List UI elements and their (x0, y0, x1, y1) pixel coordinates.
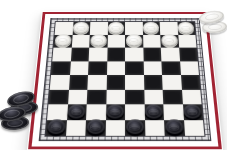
checker-ring-detail (4, 109, 21, 119)
square-r2c8[interactable] (178, 35, 197, 48)
checker-piece-black[interactable]: ⛂ (86, 120, 105, 135)
square-r2c7[interactable]: ⛀ (160, 35, 178, 48)
checker-piece-black[interactable]: ⛂ (47, 120, 66, 135)
square-r8c7[interactable]: ⛂ (164, 120, 185, 136)
square-r4c1[interactable] (51, 61, 70, 75)
square-r1c5[interactable] (125, 22, 143, 35)
square-r1c4[interactable]: ⛀ (107, 22, 125, 35)
square-r4c8[interactable] (180, 61, 199, 75)
square-r2c2[interactable] (71, 35, 89, 48)
square-r5c7[interactable] (162, 75, 181, 89)
square-r7c5[interactable] (125, 104, 144, 119)
square-r7c2[interactable]: ⛂ (67, 104, 87, 119)
square-r4c5[interactable] (125, 61, 144, 75)
square-r1c3[interactable] (90, 22, 108, 35)
square-r8c4[interactable] (105, 120, 125, 136)
square-r7c4[interactable]: ⛂ (106, 104, 125, 119)
board-ruler-border: ⛀⛀⛀⛀⛀⛀⛀⛀⛂⛂⛂⛂⛂⛂⛂⛂ (39, 18, 212, 141)
checker-piece-white[interactable]: ⛀ (161, 34, 178, 46)
checkers-product-photo: ⛀⛀⛀⛀⛀⛀⛀⛀⛂⛂⛂⛂⛂⛂⛂⛂ (0, 0, 227, 150)
board-grid: ⛀⛀⛀⛀⛀⛀⛀⛀⛂⛂⛂⛂⛂⛂⛂⛂ (44, 21, 205, 136)
square-r5c6[interactable] (144, 75, 163, 89)
checker-piece-white[interactable]: ⛀ (178, 22, 195, 34)
square-r5c4[interactable] (106, 75, 125, 89)
square-r3c3[interactable] (89, 48, 107, 61)
square-r1c1[interactable] (55, 22, 73, 35)
square-r6c2[interactable] (68, 89, 88, 104)
square-r3c5[interactable] (125, 48, 143, 61)
square-r2c1[interactable]: ⛀ (53, 35, 72, 48)
square-r6c1[interactable] (48, 89, 68, 104)
checker-piece-black[interactable]: ⛂ (67, 104, 86, 118)
checker-piece-white[interactable]: ⛀ (73, 22, 90, 34)
square-r3c1[interactable] (52, 48, 71, 61)
square-r8c3[interactable]: ⛂ (85, 120, 105, 136)
square-r4c3[interactable] (88, 61, 107, 75)
square-r4c2[interactable] (70, 61, 89, 75)
square-r8c1[interactable]: ⛂ (46, 120, 67, 136)
square-r1c7[interactable] (160, 22, 178, 35)
square-r7c1[interactable] (47, 104, 68, 119)
square-r5c3[interactable] (87, 75, 106, 89)
square-r4c6[interactable] (143, 61, 162, 75)
checker-piece-white[interactable]: ⛀ (143, 22, 159, 34)
square-r3c4[interactable] (107, 48, 125, 61)
square-r6c5[interactable] (125, 89, 144, 104)
square-r3c6[interactable] (143, 48, 161, 61)
square-r5c2[interactable] (69, 75, 88, 89)
square-r3c7[interactable] (161, 48, 180, 61)
square-r4c7[interactable] (161, 61, 180, 75)
checker-piece-black[interactable]: ⛂ (165, 120, 184, 135)
square-r7c3[interactable] (86, 104, 106, 119)
square-r2c4[interactable] (107, 35, 125, 48)
square-r7c6[interactable]: ⛂ (144, 104, 164, 119)
square-r5c1[interactable] (50, 75, 70, 89)
square-r6c6[interactable] (144, 89, 163, 104)
square-r2c5[interactable]: ⛀ (125, 35, 143, 48)
square-r3c8[interactable] (179, 48, 198, 61)
square-r3c2[interactable] (70, 48, 89, 61)
checkers-board: ⛀⛀⛀⛀⛀⛀⛀⛀⛂⛂⛂⛂⛂⛂⛂⛂ (27, 11, 223, 150)
checker-piece-white[interactable]: ⛀ (90, 34, 107, 46)
board-mat: ⛀⛀⛀⛀⛀⛀⛀⛀⛂⛂⛂⛂⛂⛂⛂⛂ (27, 11, 223, 150)
checker-piece-white[interactable]: ⛀ (108, 22, 124, 34)
square-r8c5[interactable]: ⛂ (125, 120, 145, 136)
square-r6c3[interactable] (87, 89, 106, 104)
checker-piece-white[interactable]: ⛀ (126, 34, 142, 46)
checker-piece-black[interactable]: ⛂ (106, 104, 124, 118)
square-r8c8[interactable] (183, 120, 204, 136)
square-r4c4[interactable] (107, 61, 126, 75)
checker-piece-white[interactable]: ⛀ (54, 34, 71, 46)
square-r1c8[interactable]: ⛀ (177, 22, 195, 35)
square-r6c8[interactable] (181, 89, 201, 104)
checker-piece-black[interactable]: ⛂ (126, 120, 144, 135)
checker-ring-detail (12, 93, 29, 104)
square-r5c5[interactable] (125, 75, 144, 89)
square-r7c7[interactable] (163, 104, 183, 119)
square-r8c2[interactable] (65, 120, 86, 136)
square-r1c6[interactable]: ⛀ (142, 22, 160, 35)
checker-ring-detail (204, 12, 219, 21)
square-r8c6[interactable] (144, 120, 164, 136)
checker-piece-black[interactable]: ⛂ (183, 104, 202, 118)
square-r5c8[interactable] (181, 75, 201, 89)
checker-ring-detail (207, 23, 221, 30)
square-r1c2[interactable]: ⛀ (72, 22, 90, 35)
square-r7c8[interactable]: ⛂ (182, 104, 203, 119)
square-r6c7[interactable] (163, 89, 183, 104)
square-r2c6[interactable] (143, 35, 161, 48)
square-r6c4[interactable] (106, 89, 125, 104)
square-r2c3[interactable]: ⛀ (89, 35, 107, 48)
checker-piece-black[interactable]: ⛂ (145, 104, 163, 118)
